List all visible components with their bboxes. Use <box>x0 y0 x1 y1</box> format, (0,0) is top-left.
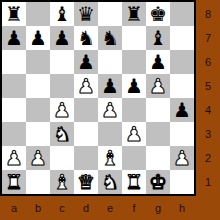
file-label-h: h <box>170 196 194 220</box>
black-rook-icon[interactable]: ♜ <box>125 4 143 24</box>
white-pawn-icon[interactable]: ♟ <box>5 148 23 168</box>
file-label-d: d <box>74 196 98 220</box>
square-f5[interactable]: ♟ <box>122 74 146 98</box>
square-h5[interactable] <box>170 74 194 98</box>
square-g6[interactable]: ♟ <box>146 50 170 74</box>
white-pawn-icon[interactable]: ♟ <box>125 124 143 144</box>
square-h3[interactable] <box>170 122 194 146</box>
square-f3[interactable]: ♟ <box>122 122 146 146</box>
rank-label-1: 1 <box>196 170 220 194</box>
black-knight-icon[interactable]: ♞ <box>77 28 95 48</box>
black-pawn-icon[interactable]: ♟ <box>173 100 191 120</box>
square-b3[interactable] <box>26 122 50 146</box>
file-labels: abcdefgh <box>2 196 194 220</box>
black-pawn-icon[interactable]: ♟ <box>149 52 167 72</box>
rank-label-3: 3 <box>196 122 220 146</box>
black-king-icon[interactable]: ♚ <box>149 4 167 24</box>
file-label-f: f <box>122 196 146 220</box>
square-c7[interactable]: ♟ <box>50 26 74 50</box>
square-e8[interactable] <box>98 2 122 26</box>
rank-label-4: 4 <box>196 98 220 122</box>
black-pawn-icon[interactable]: ♟ <box>53 28 71 48</box>
square-d4[interactable] <box>74 98 98 122</box>
square-d5[interactable]: ♟ <box>74 74 98 98</box>
square-e3[interactable] <box>98 122 122 146</box>
square-h2[interactable]: ♟ <box>170 146 194 170</box>
square-f6[interactable] <box>122 50 146 74</box>
black-pawn-icon[interactable]: ♟ <box>125 76 143 96</box>
white-pawn-icon[interactable]: ♟ <box>149 76 167 96</box>
square-e5[interactable]: ♟ <box>98 74 122 98</box>
square-d3[interactable] <box>74 122 98 146</box>
rank-label-2: 2 <box>196 146 220 170</box>
square-b7[interactable]: ♟ <box>26 26 50 50</box>
square-g4[interactable] <box>146 98 170 122</box>
white-pawn-icon[interactable]: ♟ <box>53 100 71 120</box>
rank-label-5: 5 <box>196 74 220 98</box>
square-b8[interactable] <box>26 2 50 26</box>
rank-label-7: 7 <box>196 26 220 50</box>
file-label-b: b <box>26 196 50 220</box>
white-pawn-icon[interactable]: ♟ <box>29 148 47 168</box>
square-e6[interactable] <box>98 50 122 74</box>
white-queen-icon[interactable]: ♛ <box>77 172 95 192</box>
square-h1[interactable] <box>170 170 194 194</box>
black-queen-icon[interactable]: ♛ <box>77 4 95 24</box>
white-pawn-icon[interactable]: ♟ <box>77 76 95 96</box>
square-f4[interactable] <box>122 98 146 122</box>
square-a1[interactable]: ♜ <box>2 170 26 194</box>
black-rook-icon[interactable]: ♜ <box>5 4 23 24</box>
black-pawn-icon[interactable]: ♟ <box>5 28 23 48</box>
square-a7[interactable]: ♟ <box>2 26 26 50</box>
square-b2[interactable]: ♟ <box>26 146 50 170</box>
square-e2[interactable]: ♝ <box>98 146 122 170</box>
rank-labels: 87654321 <box>196 2 220 194</box>
square-d2[interactable] <box>74 146 98 170</box>
square-h8[interactable] <box>170 2 194 26</box>
board-frame: ♜♝♛♜♚♟♟♟♞♞♝♟♟♟♟♟♟♟♟♟♞♟♟♟♝♟♜♝♛♞♜♚ 8765432… <box>0 0 220 220</box>
file-label-e: e <box>98 196 122 220</box>
square-g8[interactable]: ♚ <box>146 2 170 26</box>
square-g2[interactable] <box>146 146 170 170</box>
white-bishop-icon[interactable]: ♝ <box>53 172 71 192</box>
square-e1[interactable]: ♞ <box>98 170 122 194</box>
black-bishop-icon[interactable]: ♝ <box>53 4 71 24</box>
square-c2[interactable] <box>50 146 74 170</box>
square-g7[interactable]: ♝ <box>146 26 170 50</box>
black-bishop-icon[interactable]: ♝ <box>149 28 167 48</box>
white-pawn-icon[interactable]: ♟ <box>101 100 119 120</box>
rank-label-6: 6 <box>196 50 220 74</box>
square-f1[interactable]: ♜ <box>122 170 146 194</box>
file-label-g: g <box>146 196 170 220</box>
square-b1[interactable] <box>26 170 50 194</box>
square-d8[interactable]: ♛ <box>74 2 98 26</box>
white-rook-icon[interactable]: ♜ <box>125 172 143 192</box>
square-d7[interactable]: ♞ <box>74 26 98 50</box>
black-knight-icon[interactable]: ♞ <box>101 28 119 48</box>
square-h7[interactable] <box>170 26 194 50</box>
square-a5[interactable] <box>2 74 26 98</box>
black-pawn-icon[interactable]: ♟ <box>101 76 119 96</box>
square-a8[interactable]: ♜ <box>2 2 26 26</box>
square-f7[interactable] <box>122 26 146 50</box>
square-c6[interactable] <box>50 50 74 74</box>
file-label-c: c <box>50 196 74 220</box>
square-c5[interactable] <box>50 74 74 98</box>
square-b6[interactable] <box>26 50 50 74</box>
white-king-icon[interactable]: ♚ <box>149 172 167 192</box>
square-c1[interactable]: ♝ <box>50 170 74 194</box>
white-rook-icon[interactable]: ♜ <box>5 172 23 192</box>
square-d6[interactable]: ♟ <box>74 50 98 74</box>
square-h4[interactable]: ♟ <box>170 98 194 122</box>
square-h6[interactable] <box>170 50 194 74</box>
square-e7[interactable]: ♞ <box>98 26 122 50</box>
white-pawn-icon[interactable]: ♟ <box>173 148 191 168</box>
white-bishop-icon[interactable]: ♝ <box>101 148 119 168</box>
black-pawn-icon[interactable]: ♟ <box>29 28 47 48</box>
square-a3[interactable] <box>2 122 26 146</box>
square-a6[interactable] <box>2 50 26 74</box>
square-c4[interactable]: ♟ <box>50 98 74 122</box>
square-g5[interactable]: ♟ <box>146 74 170 98</box>
square-f8[interactable]: ♜ <box>122 2 146 26</box>
square-b4[interactable] <box>26 98 50 122</box>
square-c8[interactable]: ♝ <box>50 2 74 26</box>
square-a2[interactable]: ♟ <box>2 146 26 170</box>
chess-board: ♜♝♛♜♚♟♟♟♞♞♝♟♟♟♟♟♟♟♟♟♞♟♟♟♝♟♜♝♛♞♜♚ <box>0 0 196 196</box>
square-a4[interactable] <box>2 98 26 122</box>
square-g1[interactable]: ♚ <box>146 170 170 194</box>
file-label-a: a <box>2 196 26 220</box>
black-pawn-icon[interactable]: ♟ <box>77 52 95 72</box>
white-knight-icon[interactable]: ♞ <box>53 124 71 144</box>
square-e4[interactable]: ♟ <box>98 98 122 122</box>
square-b5[interactable] <box>26 74 50 98</box>
square-g3[interactable] <box>146 122 170 146</box>
square-c3[interactable]: ♞ <box>50 122 74 146</box>
white-knight-icon[interactable]: ♞ <box>101 172 119 192</box>
square-f2[interactable] <box>122 146 146 170</box>
rank-label-8: 8 <box>196 2 220 26</box>
square-d1[interactable]: ♛ <box>74 170 98 194</box>
